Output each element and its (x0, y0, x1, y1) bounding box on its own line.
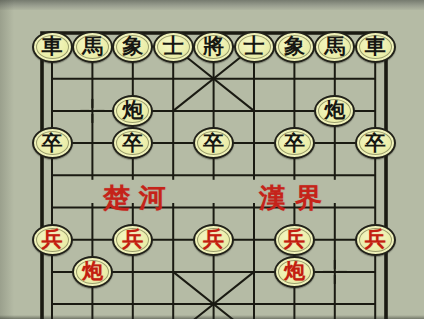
xiangqi-app-window: 楚河 漢界 車馬象士將士象馬車炮炮卒卒卒卒卒兵兵兵兵兵炮炮 (0, 0, 424, 319)
piece-black-advisor[interactable]: 士 (234, 31, 275, 63)
piece-red-soldier[interactable]: 兵 (32, 224, 73, 256)
piece-red-cannon[interactable]: 炮 (72, 256, 113, 288)
piece-glyph: 兵 (284, 228, 305, 249)
piece-glyph: 車 (42, 35, 63, 56)
piece-black-soldier[interactable]: 卒 (32, 127, 73, 159)
piece-black-soldier[interactable]: 卒 (274, 127, 315, 159)
piece-glyph: 象 (284, 35, 305, 56)
piece-glyph: 將 (203, 35, 224, 56)
river-label-han-jie: 漢界 (259, 180, 331, 216)
piece-glyph: 卒 (42, 132, 63, 153)
piece-glyph: 兵 (122, 228, 143, 249)
piece-red-soldier[interactable]: 兵 (112, 224, 153, 256)
piece-glyph: 士 (244, 35, 265, 56)
piece-black-soldier[interactable]: 卒 (355, 127, 396, 159)
piece-black-cannon[interactable]: 炮 (112, 95, 153, 127)
piece-black-knight[interactable]: 馬 (72, 31, 113, 63)
piece-glyph: 卒 (122, 132, 143, 153)
piece-red-soldier[interactable]: 兵 (355, 224, 396, 256)
piece-glyph: 士 (163, 35, 184, 56)
piece-glyph: 馬 (324, 35, 345, 56)
piece-red-cannon[interactable]: 炮 (274, 256, 315, 288)
piece-black-cannon[interactable]: 炮 (314, 95, 355, 127)
piece-black-soldier[interactable]: 卒 (193, 127, 234, 159)
piece-glyph: 兵 (203, 228, 224, 249)
piece-black-rook[interactable]: 車 (355, 31, 396, 63)
piece-glyph: 兵 (42, 228, 63, 249)
piece-glyph: 馬 (82, 35, 103, 56)
piece-red-soldier[interactable]: 兵 (193, 224, 234, 256)
piece-black-advisor[interactable]: 士 (153, 31, 194, 63)
piece-glyph: 車 (365, 35, 386, 56)
piece-glyph: 卒 (203, 132, 224, 153)
piece-black-elephant[interactable]: 象 (112, 31, 153, 63)
river-label-chu-he: 楚河 (103, 180, 175, 216)
piece-glyph: 炮 (122, 99, 143, 120)
piece-glyph: 炮 (82, 260, 103, 281)
piece-glyph: 卒 (284, 132, 305, 153)
piece-glyph: 卒 (365, 132, 386, 153)
piece-black-king[interactable]: 將 (193, 31, 234, 63)
piece-glyph: 兵 (365, 228, 386, 249)
piece-black-knight[interactable]: 馬 (314, 31, 355, 63)
piece-black-rook[interactable]: 車 (32, 31, 73, 63)
piece-glyph: 炮 (284, 260, 305, 281)
window-bottom-edge (0, 315, 424, 319)
piece-red-soldier[interactable]: 兵 (274, 224, 315, 256)
piece-glyph: 炮 (324, 99, 345, 120)
piece-glyph: 象 (122, 35, 143, 56)
piece-black-elephant[interactable]: 象 (274, 31, 315, 63)
